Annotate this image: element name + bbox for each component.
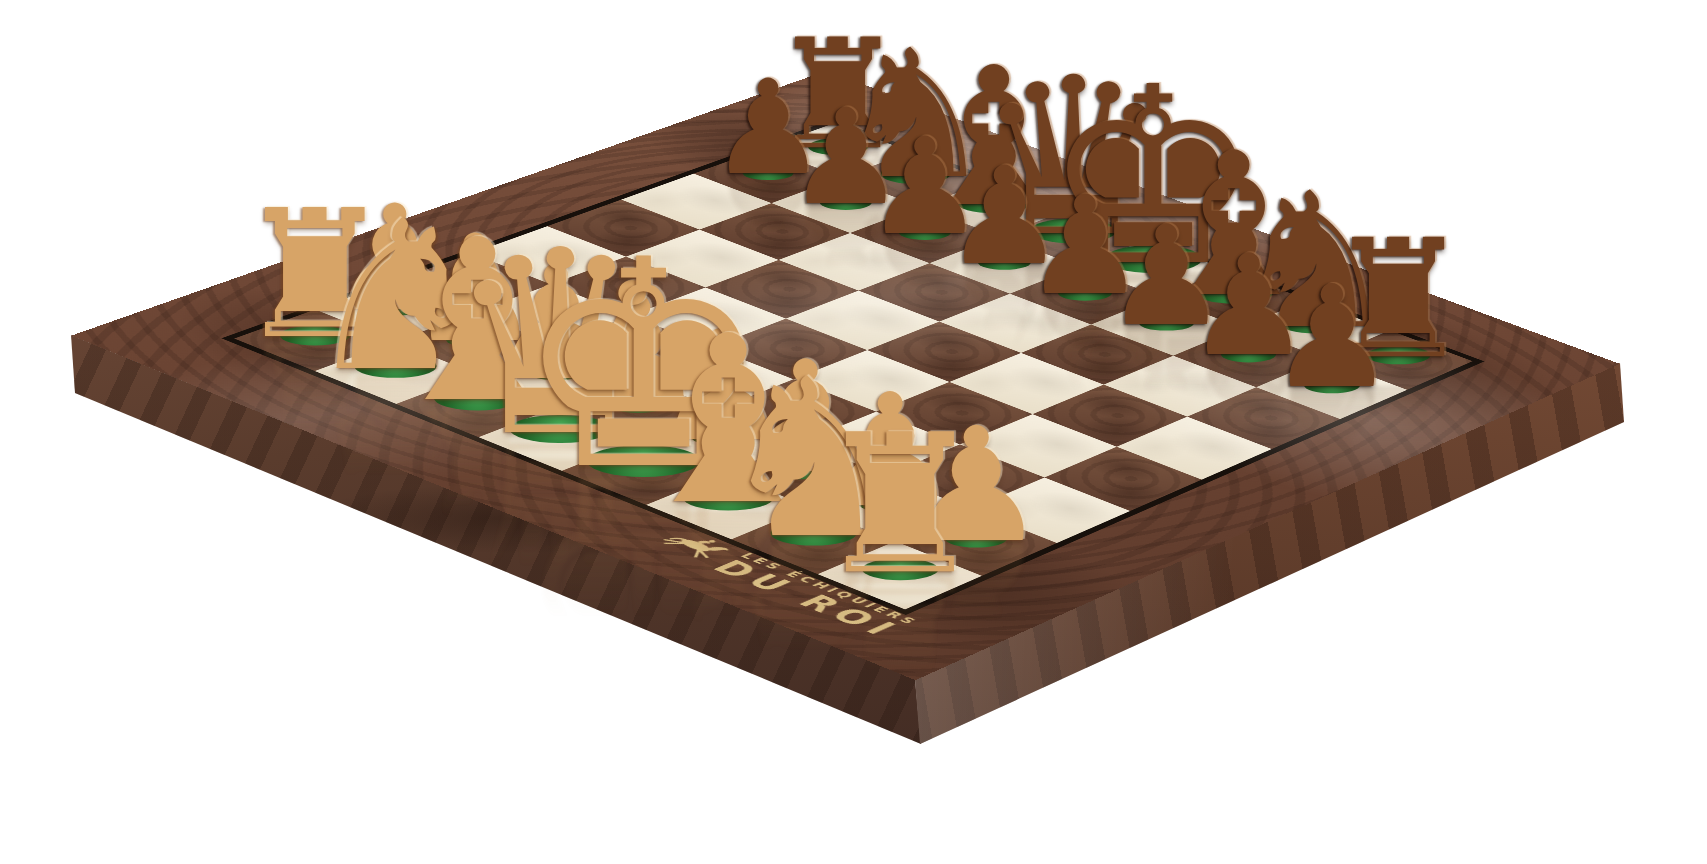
rook-glyph: ♜ xyxy=(814,433,986,577)
pawn-glyph: ♟ xyxy=(1269,285,1395,391)
scene: LES ÉCHIQUIERS DU ROI ♜♜♞♞♝♝♛♛♚♚♝♝♞♞♜♜♟♟… xyxy=(0,0,1707,864)
piece-black-pawn-h7[interactable]: ♟ xyxy=(1269,285,1395,391)
piece-white-rook-h1[interactable]: ♜ xyxy=(814,433,986,577)
pieces-layer: ♜♜♞♞♝♝♛♛♚♚♝♝♞♞♜♜♟♟♟♟♟♟♟♟♟♟♟♟♟♟♟♟♟♟♟♟♟♟♟♟… xyxy=(0,0,1707,864)
